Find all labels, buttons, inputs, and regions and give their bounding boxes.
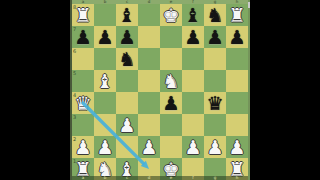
square-g3[interactable] bbox=[204, 114, 226, 136]
square-a5[interactable]: 5 bbox=[72, 70, 94, 92]
square-g6[interactable] bbox=[204, 48, 226, 70]
square-a2[interactable]: 2♟ bbox=[72, 136, 94, 158]
file-label-g: g bbox=[204, 176, 226, 180]
square-f8[interactable]: ♝ bbox=[182, 4, 204, 26]
square-c7[interactable]: ♟ bbox=[116, 26, 138, 48]
piece-white-pawn-c3[interactable]: ♟ bbox=[116, 114, 138, 136]
piece-black-pawn-c7[interactable]: ♟ bbox=[116, 26, 138, 48]
square-c8[interactable]: ♝ bbox=[116, 4, 138, 26]
file-label-e: e bbox=[160, 176, 182, 180]
piece-white-knight-e5[interactable]: ♞ bbox=[160, 70, 182, 92]
file-label-d: d bbox=[138, 176, 160, 180]
square-h4[interactable] bbox=[226, 92, 248, 114]
square-d8[interactable] bbox=[138, 4, 160, 26]
square-h8[interactable]: ♜ bbox=[226, 4, 248, 26]
square-d3[interactable] bbox=[138, 114, 160, 136]
square-g7[interactable]: ♟ bbox=[204, 26, 226, 48]
file-label-a: a bbox=[72, 176, 94, 180]
square-b4[interactable] bbox=[94, 92, 116, 114]
square-a4[interactable]: 4♛ bbox=[72, 92, 94, 114]
square-b6[interactable] bbox=[94, 48, 116, 70]
square-f4[interactable] bbox=[182, 92, 204, 114]
piece-white-rook-h8[interactable]: ♜ bbox=[226, 4, 248, 26]
square-b5[interactable]: ♝ bbox=[94, 70, 116, 92]
square-h5[interactable] bbox=[226, 70, 248, 92]
square-a3[interactable]: 3 bbox=[72, 114, 94, 136]
video-frame: abcdefgh 8♜♝♚♝♞♜7♟♟♟♟♟♟6♞5♝♞4♛♟♛3♟2♟♟♟♟♟… bbox=[0, 0, 320, 180]
rank-label-4: 4 bbox=[73, 92, 76, 98]
file-label-c: c bbox=[116, 176, 138, 180]
square-g2[interactable]: ♟ bbox=[204, 136, 226, 158]
piece-black-bishop-f8[interactable]: ♝ bbox=[182, 4, 204, 26]
square-h2[interactable]: ♟ bbox=[226, 136, 248, 158]
file-label-h: h bbox=[226, 176, 248, 180]
square-e3[interactable] bbox=[160, 114, 182, 136]
piece-black-pawn-e4[interactable]: ♟ bbox=[160, 92, 182, 114]
piece-black-pawn-h7[interactable]: ♟ bbox=[226, 26, 248, 48]
rank-label-2: 2 bbox=[73, 136, 76, 142]
piece-black-knight-g8[interactable]: ♞ bbox=[204, 4, 226, 26]
square-f6[interactable] bbox=[182, 48, 204, 70]
piece-black-bishop-c8[interactable]: ♝ bbox=[116, 4, 138, 26]
square-d6[interactable] bbox=[138, 48, 160, 70]
square-d4[interactable] bbox=[138, 92, 160, 114]
square-f7[interactable]: ♟ bbox=[182, 26, 204, 48]
square-d2[interactable]: ♟ bbox=[138, 136, 160, 158]
square-a6[interactable]: 6 bbox=[72, 48, 94, 70]
rank-label-8: 8 bbox=[73, 4, 76, 10]
file-coordinates-bottom: abcdefgh bbox=[72, 176, 248, 180]
rank-label-3: 3 bbox=[73, 114, 76, 120]
piece-black-knight-c6[interactable]: ♞ bbox=[116, 48, 138, 70]
board-edge-right bbox=[248, 0, 250, 180]
piece-black-pawn-g7[interactable]: ♟ bbox=[204, 26, 226, 48]
square-e8[interactable]: ♚ bbox=[160, 4, 182, 26]
square-f2[interactable]: ♟ bbox=[182, 136, 204, 158]
square-d5[interactable] bbox=[138, 70, 160, 92]
square-b2[interactable]: ♟ bbox=[94, 136, 116, 158]
piece-white-pawn-d2[interactable]: ♟ bbox=[138, 136, 160, 158]
square-f3[interactable] bbox=[182, 114, 204, 136]
square-e5[interactable]: ♞ bbox=[160, 70, 182, 92]
square-c5[interactable] bbox=[116, 70, 138, 92]
piece-black-pawn-f7[interactable]: ♟ bbox=[182, 26, 204, 48]
square-a8[interactable]: 8♜ bbox=[72, 4, 94, 26]
piece-black-pawn-b7[interactable]: ♟ bbox=[94, 26, 116, 48]
square-e6[interactable] bbox=[160, 48, 182, 70]
file-label-b: b bbox=[94, 176, 116, 180]
square-b8[interactable] bbox=[94, 4, 116, 26]
scrollbar-fragment bbox=[248, 2, 250, 8]
square-g4[interactable]: ♛ bbox=[204, 92, 226, 114]
piece-white-pawn-g2[interactable]: ♟ bbox=[204, 136, 226, 158]
chess-board[interactable]: 8♜♝♚♝♞♜7♟♟♟♟♟♟6♞5♝♞4♛♟♛3♟2♟♟♟♟♟♟1♜♞♝♚♜ bbox=[72, 4, 248, 180]
piece-white-pawn-b2[interactable]: ♟ bbox=[94, 136, 116, 158]
square-c4[interactable] bbox=[116, 92, 138, 114]
square-b7[interactable]: ♟ bbox=[94, 26, 116, 48]
square-g8[interactable]: ♞ bbox=[204, 4, 226, 26]
rank-label-7: 7 bbox=[73, 26, 76, 32]
piece-white-pawn-h2[interactable]: ♟ bbox=[226, 136, 248, 158]
piece-white-bishop-b5[interactable]: ♝ bbox=[94, 70, 116, 92]
square-e7[interactable] bbox=[160, 26, 182, 48]
pillarbox-right bbox=[250, 0, 320, 180]
piece-white-pawn-f2[interactable]: ♟ bbox=[182, 136, 204, 158]
piece-white-king-e8[interactable]: ♚ bbox=[160, 4, 182, 26]
square-d7[interactable] bbox=[138, 26, 160, 48]
square-e2[interactable] bbox=[160, 136, 182, 158]
square-c6[interactable]: ♞ bbox=[116, 48, 138, 70]
rank-label-1: 1 bbox=[73, 158, 76, 164]
piece-black-queen-g4[interactable]: ♛ bbox=[204, 92, 226, 114]
square-a7[interactable]: 7♟ bbox=[72, 26, 94, 48]
square-c2[interactable] bbox=[116, 136, 138, 158]
square-h7[interactable]: ♟ bbox=[226, 26, 248, 48]
square-c3[interactable]: ♟ bbox=[116, 114, 138, 136]
square-f5[interactable] bbox=[182, 70, 204, 92]
square-h6[interactable] bbox=[226, 48, 248, 70]
chess-board-frame: abcdefgh 8♜♝♚♝♞♜7♟♟♟♟♟♟6♞5♝♞4♛♟♛3♟2♟♟♟♟♟… bbox=[70, 0, 250, 180]
square-e4[interactable]: ♟ bbox=[160, 92, 182, 114]
square-g5[interactable] bbox=[204, 70, 226, 92]
square-h3[interactable] bbox=[226, 114, 248, 136]
rank-label-6: 6 bbox=[73, 48, 76, 54]
pillarbox-left bbox=[0, 0, 70, 180]
rank-label-5: 5 bbox=[73, 70, 76, 76]
file-label-f: f bbox=[182, 176, 204, 180]
square-b3[interactable] bbox=[94, 114, 116, 136]
